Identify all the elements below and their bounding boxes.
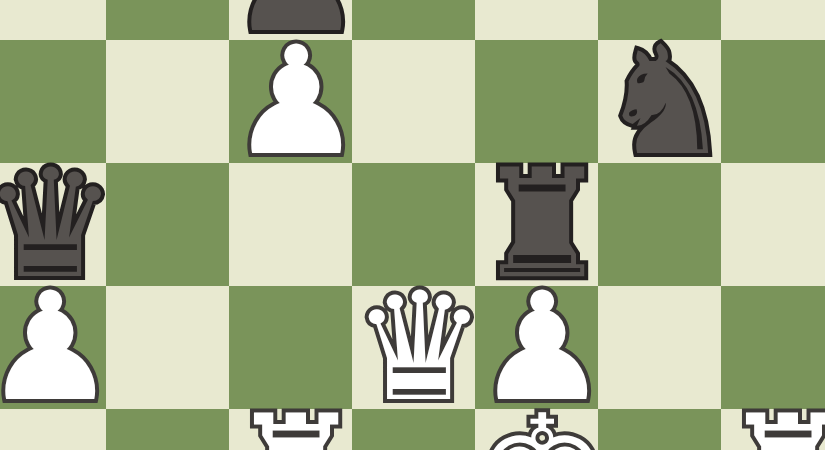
square-g1[interactable] (598, 409, 721, 450)
square-h4[interactable] (721, 40, 825, 163)
piece-glyph-fill: ♟ (229, 40, 352, 163)
square-c3[interactable] (106, 163, 229, 286)
white-pawn-b2[interactable]: ♟♟ (0, 286, 106, 409)
piece-glyph-fill: ♜ (721, 409, 825, 450)
square-d3[interactable] (229, 163, 352, 286)
piece-glyph-fill: ♜ (229, 409, 352, 450)
chess-board: ♟♟♟♟♞♞♛♛♜♜♟♟♛♛♟♟♜♜♚♚♜♜ (0, 0, 825, 450)
square-c2[interactable] (106, 286, 229, 409)
white-king-f1[interactable]: ♚♚ (475, 409, 598, 450)
square-g2[interactable] (598, 286, 721, 409)
square-e5[interactable] (352, 0, 475, 40)
square-h5[interactable] (721, 0, 825, 40)
white-rook-h1[interactable]: ♜♜ (721, 409, 825, 450)
piece-glyph-fill: ♛ (352, 286, 475, 409)
square-e1[interactable] (352, 409, 475, 450)
square-c5[interactable] (106, 0, 229, 40)
square-f1[interactable]: ♚♚ (475, 409, 598, 450)
square-g3[interactable] (598, 163, 721, 286)
square-e4[interactable] (352, 40, 475, 163)
square-b1[interactable] (0, 409, 106, 450)
board-viewport: ♟♟♟♟♞♞♛♛♜♜♟♟♛♛♟♟♜♜♚♚♜♜ (0, 0, 825, 450)
square-f5[interactable] (475, 0, 598, 40)
black-knight-g4[interactable]: ♞♞ (598, 40, 721, 163)
square-e2[interactable]: ♛♛ (352, 286, 475, 409)
white-rook-d1[interactable]: ♜♜ (229, 409, 352, 450)
square-c1[interactable] (106, 409, 229, 450)
piece-glyph-fill: ♞ (598, 40, 721, 163)
square-c4[interactable] (106, 40, 229, 163)
square-b5[interactable] (0, 0, 106, 40)
square-b2[interactable]: ♟♟ (0, 286, 106, 409)
square-d4[interactable]: ♟♟ (229, 40, 352, 163)
square-d1[interactable]: ♜♜ (229, 409, 352, 450)
white-pawn-d4[interactable]: ♟♟ (229, 40, 352, 163)
square-h3[interactable] (721, 163, 825, 286)
square-g4[interactable]: ♞♞ (598, 40, 721, 163)
piece-glyph-fill: ♟ (0, 286, 106, 409)
white-queen-e2[interactable]: ♛♛ (352, 286, 475, 409)
piece-glyph-fill: ♚ (475, 409, 598, 450)
square-h1[interactable]: ♜♜ (721, 409, 825, 450)
